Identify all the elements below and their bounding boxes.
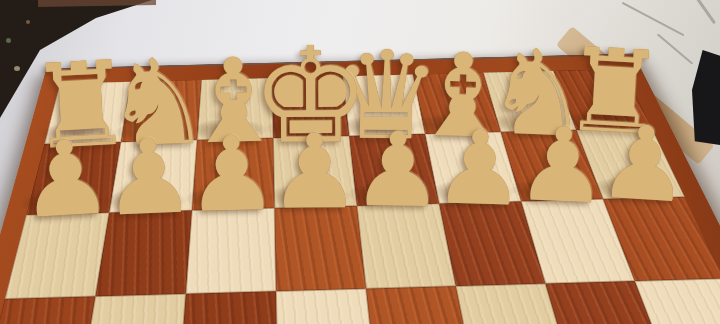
square-f2[interactable] — [192, 138, 275, 210]
square-d2[interactable] — [349, 134, 439, 206]
table-speck — [14, 66, 20, 71]
table-speck — [6, 38, 11, 43]
square-e1[interactable] — [272, 76, 349, 138]
square-f4[interactable] — [178, 291, 277, 324]
chess-board — [0, 55, 720, 324]
square-e2[interactable] — [273, 136, 357, 208]
square-g3[interactable] — [95, 210, 192, 296]
square-h2[interactable] — [26, 142, 121, 215]
square-g4[interactable] — [79, 294, 186, 324]
square-g1[interactable] — [121, 80, 202, 142]
table-speck — [26, 20, 30, 24]
square-g2[interactable] — [109, 140, 197, 213]
square-h1[interactable] — [44, 82, 130, 144]
square-f1[interactable] — [197, 78, 273, 140]
square-h4[interactable] — [0, 296, 95, 324]
square-f3[interactable] — [186, 208, 276, 294]
square-d1[interactable] — [343, 74, 425, 136]
photo-scene: ♜♞♝♛♚♝♞♜♟♟♟♟♟♟♟♟ — [0, 0, 720, 324]
table-edge-strip — [38, 0, 156, 7]
square-h3[interactable] — [5, 213, 109, 299]
square-e4[interactable] — [276, 289, 377, 324]
square-e3[interactable] — [274, 206, 365, 291]
